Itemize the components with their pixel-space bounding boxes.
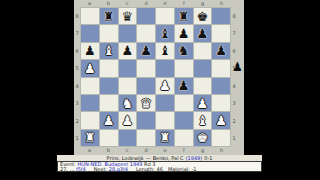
square-e4: ♟ (156, 78, 174, 94)
material-value: -1 (191, 166, 196, 172)
file-labels-bottom: abcdefgh (80, 147, 231, 154)
black-pawn: ♟ (122, 44, 134, 57)
file-label-e: e (156, 147, 175, 154)
square-f6: ♞ (175, 43, 193, 59)
square-e1: ♜ (156, 130, 174, 146)
square-a7 (81, 25, 99, 41)
rank-label-4: 4 (231, 77, 237, 95)
white-pawn: ♟ (122, 113, 134, 126)
square-c3: ♞ (119, 95, 137, 111)
square-g8: ♚ (194, 8, 212, 24)
game-data-box: Event: HUN-NED, Budapest 1949 Rd 3 27. .… (57, 161, 262, 172)
file-label-a: a (80, 147, 99, 154)
white-pawn: ♟ (103, 113, 115, 126)
white-bishop: ♝ (197, 113, 209, 126)
file-label-e: e (156, 0, 175, 7)
square-e5 (156, 60, 174, 76)
square-d2 (137, 112, 155, 128)
white-pawn: ♟ (84, 61, 96, 74)
next-label: Next: (94, 166, 107, 172)
rank-labels-right: 87654321 (231, 7, 237, 147)
square-a2 (81, 112, 99, 128)
square-e6: ♝ (156, 43, 174, 59)
square-g1: ♚ (194, 130, 212, 146)
square-d6: ♟ (137, 43, 155, 59)
square-d3: ♛ (137, 95, 155, 111)
move-played: f5f4 (76, 166, 86, 172)
length-label: Length: (136, 166, 155, 172)
square-e3 (156, 95, 174, 111)
square-h4 (212, 78, 230, 94)
rank-label-3: 3 (231, 95, 237, 113)
chess-board: ♜♛♜♚♝♟♟♟♝♟♟♝♞♟♟♟♟♞♛♟♟♟♝♟♜♜♚ (80, 7, 231, 147)
rank-label-2: 2 (231, 112, 237, 130)
square-h3 (212, 95, 230, 111)
file-label-a: a (80, 0, 99, 7)
white-pawn: ♟ (197, 96, 209, 109)
black-pawn: ♟ (140, 44, 152, 57)
black-rook: ♜ (103, 9, 115, 22)
square-b2: ♟ (100, 112, 118, 128)
white-knight: ♞ (122, 96, 134, 109)
square-b4 (100, 78, 118, 94)
file-label-b: b (99, 147, 118, 154)
square-f4: ♟ (175, 78, 193, 94)
white-king: ♚ (197, 131, 209, 144)
square-g6 (194, 43, 212, 59)
square-e2 (156, 112, 174, 128)
square-g7: ♟ (194, 25, 212, 41)
black-queen: ♛ (122, 9, 134, 22)
square-c4 (119, 78, 137, 94)
square-b6: ♝ (100, 43, 118, 59)
square-b8: ♜ (100, 8, 118, 24)
square-c8: ♛ (119, 8, 137, 24)
square-h1 (212, 130, 230, 146)
board-frame: abcdefgh abcdefgh 87654321 87654321 ♜♛♜♚… (74, 0, 244, 161)
square-a3 (81, 95, 99, 111)
square-d7 (137, 25, 155, 41)
rank-label-6: 6 (231, 42, 237, 60)
file-label-d: d (137, 147, 156, 154)
square-b3 (100, 95, 118, 111)
square-c2: ♟ (119, 112, 137, 128)
square-d1 (137, 130, 155, 146)
black-king: ♚ (197, 9, 209, 22)
black-bishop: ♝ (159, 27, 171, 40)
white-pawn: ♟ (159, 79, 171, 92)
file-label-f: f (174, 0, 193, 7)
square-h5 (212, 60, 230, 76)
file-label-f: f (174, 147, 193, 154)
file-labels-top: abcdefgh (80, 0, 231, 7)
square-g5 (194, 60, 212, 76)
black-rook: ♜ (178, 9, 190, 22)
game-info-panel: Prins, Lodewijk—Benko, Pal C(1949)0-1 Ev… (57, 155, 262, 172)
file-label-c: c (118, 0, 137, 7)
white-queen: ♛ (140, 96, 152, 109)
square-d4 (137, 78, 155, 94)
square-g4 (194, 78, 212, 94)
file-label-h: h (212, 0, 231, 7)
file-label-c: c (118, 147, 137, 154)
black-bishop: ♝ (159, 44, 171, 57)
square-f5 (175, 60, 193, 76)
square-f8: ♜ (175, 8, 193, 24)
square-c1 (119, 130, 137, 146)
file-label-g: g (193, 147, 212, 154)
move-number: 27. ... (60, 166, 74, 172)
black-pawn: ♟ (178, 27, 190, 40)
square-e7: ♝ (156, 25, 174, 41)
square-a6: ♟ (81, 43, 99, 59)
square-a4 (81, 78, 99, 94)
square-h6: ♟ (212, 43, 230, 59)
square-h8 (212, 8, 230, 24)
rank-label-1: 1 (231, 130, 237, 148)
next-move: 28.g3f4 (109, 166, 128, 172)
square-f2 (175, 112, 193, 128)
square-g2: ♝ (194, 112, 212, 128)
square-b5 (100, 60, 118, 76)
black-knight: ♞ (178, 44, 190, 57)
file-label-b: b (99, 0, 118, 7)
square-a1: ♜ (81, 130, 99, 146)
square-c5 (119, 60, 137, 76)
square-d8 (137, 8, 155, 24)
white-rook: ♜ (84, 131, 96, 144)
file-label-g: g (193, 0, 212, 7)
white-rook: ♜ (159, 131, 171, 144)
square-c7 (119, 25, 137, 41)
square-b7 (100, 25, 118, 41)
square-b1 (100, 130, 118, 146)
file-label-d: d (137, 0, 156, 7)
length-value: 46 (157, 166, 163, 172)
move-line: 27. ... f5f4Next: 28.g3f4Length: 46Mater… (60, 167, 259, 172)
black-pawn: ♟ (178, 79, 190, 92)
black-pawn: ♟ (197, 27, 209, 40)
black-pawn: ♟ (84, 44, 96, 57)
rank-label-8: 8 (231, 7, 237, 25)
square-a5: ♟ (81, 60, 99, 76)
material-label: Material: (168, 166, 190, 172)
white-pawn: ♟ (215, 113, 227, 126)
file-label-h: h (212, 147, 231, 154)
square-f3 (175, 95, 193, 111)
square-h2: ♟ (212, 112, 230, 128)
black-pawn: ♟ (215, 44, 227, 57)
square-h7 (212, 25, 230, 41)
rank-label-7: 7 (231, 25, 237, 43)
material-advantage-pawn-icon: ♟ (232, 60, 243, 74)
square-f7: ♟ (175, 25, 193, 41)
square-c6: ♟ (119, 43, 137, 59)
white-bishop: ♝ (103, 44, 115, 57)
square-f1 (175, 130, 193, 146)
square-e8 (156, 8, 174, 24)
square-d5 (137, 60, 155, 76)
square-a8 (81, 8, 99, 24)
square-g3: ♟ (194, 95, 212, 111)
